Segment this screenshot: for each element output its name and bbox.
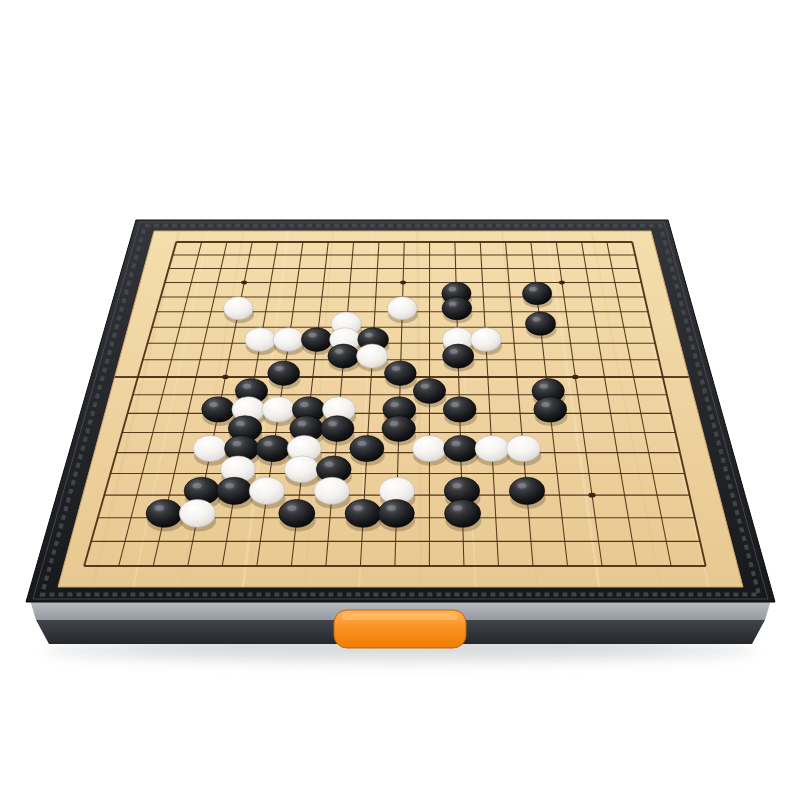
stone-highlight — [449, 302, 457, 307]
stone-highlight — [392, 366, 400, 371]
stone-highlight — [451, 402, 460, 407]
white-stone — [506, 435, 541, 465]
stone-body — [357, 344, 388, 368]
stone-highlight — [452, 441, 461, 446]
star-point — [572, 375, 578, 379]
white-stone — [245, 328, 277, 355]
stone-highlight — [449, 287, 457, 292]
stone-highlight — [390, 402, 399, 407]
stone-highlight — [243, 384, 251, 389]
stone-body — [193, 435, 227, 461]
stone-body — [509, 477, 544, 504]
stone-highlight — [390, 421, 399, 426]
white-stone — [284, 456, 320, 487]
stone-body — [387, 297, 417, 320]
stone-highlight — [225, 483, 234, 488]
stone-highlight — [275, 366, 283, 371]
stone-body — [413, 379, 445, 404]
stone-body — [202, 397, 235, 422]
latch-highlight — [342, 613, 458, 620]
stone-body — [443, 397, 476, 422]
white-stone — [412, 435, 447, 465]
black-stone — [268, 361, 301, 389]
stone-highlight — [264, 441, 273, 446]
stone-body — [382, 416, 416, 442]
black-stone — [202, 397, 236, 426]
stone-highlight — [517, 483, 526, 488]
black-stone — [413, 379, 446, 408]
stone-body — [444, 435, 478, 461]
stone-body — [443, 344, 474, 368]
white-stone — [193, 435, 228, 465]
stone-highlight — [353, 505, 362, 511]
black-stone — [256, 435, 291, 465]
black-stone — [509, 477, 545, 508]
stone-body — [534, 397, 567, 422]
stone-highlight — [335, 349, 343, 354]
white-stone — [273, 328, 305, 355]
white-stone — [262, 397, 296, 426]
stone-highlight — [328, 421, 337, 426]
stone-body — [284, 456, 319, 483]
white-stone — [475, 435, 510, 465]
stone-highlight — [192, 483, 201, 488]
stone-body — [249, 477, 284, 504]
black-stone — [146, 500, 183, 532]
stone-highlight — [421, 384, 429, 389]
white-stone — [249, 477, 285, 508]
stone-body — [223, 297, 253, 320]
stone-highlight — [154, 505, 163, 511]
stone-body — [345, 500, 381, 528]
stone-highlight — [529, 287, 537, 292]
white-stone — [471, 328, 503, 355]
black-stone — [328, 344, 360, 372]
stone-highlight — [450, 349, 458, 354]
stone-highlight — [232, 441, 241, 446]
black-stone — [279, 500, 316, 532]
stone-highlight — [324, 462, 333, 467]
black-stone — [378, 500, 415, 532]
white-stone — [314, 477, 350, 508]
stone-highlight — [297, 421, 306, 426]
stone-body — [525, 312, 555, 335]
stone-highlight — [358, 441, 367, 446]
latch — [334, 610, 466, 648]
stone-body — [522, 282, 551, 305]
stone-body — [262, 397, 295, 422]
stone-highlight — [300, 402, 309, 407]
stone-body — [268, 361, 300, 385]
white-stone — [223, 297, 254, 323]
stone-body — [273, 328, 304, 352]
stone-highlight — [308, 333, 316, 338]
stone-highlight — [539, 384, 547, 389]
stone-body — [475, 435, 509, 461]
black-stone — [345, 500, 382, 532]
stone-highlight — [365, 333, 373, 338]
star-point — [588, 493, 595, 498]
star-point — [559, 281, 565, 285]
stone-highlight — [541, 402, 550, 407]
stone-body — [321, 416, 355, 442]
stone-highlight — [532, 317, 540, 322]
stone-body — [442, 297, 472, 320]
stone-body — [350, 435, 384, 461]
stone-highlight — [452, 483, 461, 488]
black-stone — [442, 297, 473, 323]
black-stone — [445, 500, 482, 532]
star-point — [400, 281, 406, 285]
black-stone — [382, 416, 416, 446]
black-stone — [384, 361, 417, 389]
black-stone — [522, 282, 552, 308]
black-stone — [525, 312, 556, 339]
stone-highlight — [236, 421, 245, 426]
stone-body — [412, 435, 446, 461]
star-point — [222, 375, 228, 379]
black-stone — [444, 435, 479, 465]
black-stone — [443, 397, 477, 426]
stone-body — [506, 435, 540, 461]
black-stone — [534, 397, 568, 426]
stone-highlight — [209, 402, 218, 407]
stone-body — [384, 361, 416, 385]
black-stone — [217, 477, 253, 508]
black-stone — [301, 328, 333, 355]
stone-body — [314, 477, 349, 504]
black-stone — [321, 416, 355, 446]
black-stone — [350, 435, 385, 465]
stone-body — [256, 435, 290, 461]
stone-body — [445, 500, 481, 528]
stone-body — [328, 344, 359, 368]
stone-body — [471, 328, 502, 352]
stone-highlight — [287, 505, 296, 511]
star-point — [241, 281, 247, 285]
go-board-product-photo — [0, 0, 800, 800]
stone-body — [301, 328, 332, 352]
white-stone — [179, 500, 216, 532]
white-stone — [357, 344, 389, 372]
stone-body — [146, 500, 182, 528]
stone-body — [245, 328, 276, 352]
black-stone — [443, 344, 475, 372]
stone-body — [217, 477, 252, 504]
stone-body — [378, 500, 414, 528]
stone-body — [179, 500, 215, 528]
white-stone — [387, 297, 418, 323]
stone-highlight — [387, 505, 396, 511]
scene-svg — [0, 0, 800, 800]
stone-highlight — [453, 505, 462, 511]
stone-body — [279, 500, 315, 528]
